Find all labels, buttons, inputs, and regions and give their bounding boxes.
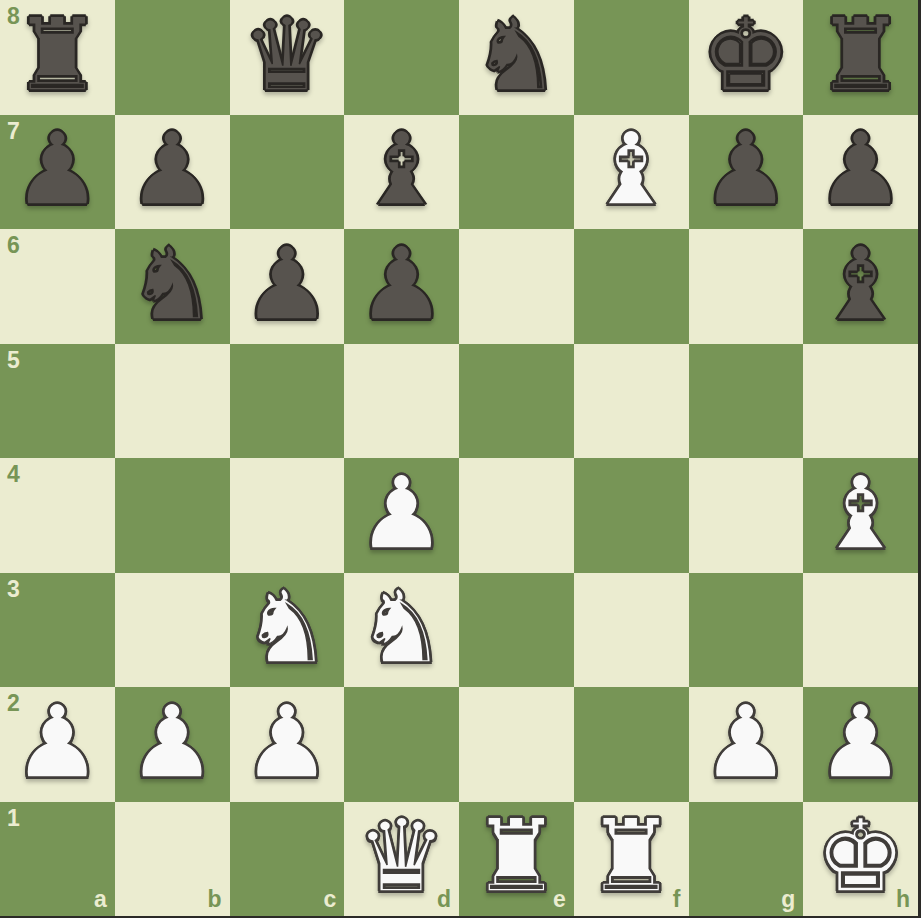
square-b5[interactable] (115, 344, 230, 459)
square-c3[interactable]: ♞ (230, 573, 345, 688)
square-f4[interactable] (574, 458, 689, 573)
square-d8[interactable] (344, 0, 459, 115)
square-b3[interactable] (115, 573, 230, 688)
rank-label-8: 8 (7, 5, 20, 28)
black-king-icon[interactable]: ♚ (701, 5, 792, 106)
rank-label-3: 3 (7, 578, 20, 601)
square-f6[interactable] (574, 229, 689, 344)
square-e7[interactable] (459, 115, 574, 230)
square-d2[interactable] (344, 687, 459, 802)
white-knight-icon[interactable]: ♞ (356, 577, 447, 678)
black-bishop-icon[interactable]: ♝ (356, 119, 447, 220)
square-b6[interactable]: ♞ (115, 229, 230, 344)
square-f2[interactable] (574, 687, 689, 802)
file-label-h: h (896, 888, 910, 911)
square-d3[interactable]: ♞ (344, 573, 459, 688)
square-h5[interactable] (803, 344, 918, 459)
square-b4[interactable] (115, 458, 230, 573)
black-bishop-icon[interactable]: ♝ (815, 234, 906, 335)
square-b8[interactable] (115, 0, 230, 115)
square-b2[interactable]: ♟ (115, 687, 230, 802)
black-pawn-icon[interactable]: ♟ (242, 234, 333, 335)
square-a2[interactable]: ♟2 (0, 687, 115, 802)
black-knight-icon[interactable]: ♞ (127, 234, 218, 335)
white-pawn-icon[interactable]: ♟ (12, 692, 103, 793)
rank-label-1: 1 (7, 807, 20, 830)
rank-label-2: 2 (7, 692, 20, 715)
square-g1[interactable]: g (689, 802, 804, 917)
square-e2[interactable] (459, 687, 574, 802)
square-g4[interactable] (689, 458, 804, 573)
square-b1[interactable]: b (115, 802, 230, 917)
square-h3[interactable] (803, 573, 918, 688)
square-h4[interactable]: ♝ (803, 458, 918, 573)
square-e6[interactable] (459, 229, 574, 344)
square-h1[interactable]: ♚h (803, 802, 918, 917)
square-f8[interactable] (574, 0, 689, 115)
square-e3[interactable] (459, 573, 574, 688)
file-label-a: a (94, 888, 107, 911)
white-bishop-icon[interactable]: ♝ (586, 119, 677, 220)
square-c7[interactable] (230, 115, 345, 230)
black-pawn-icon[interactable]: ♟ (701, 119, 792, 220)
white-rook-icon[interactable]: ♜ (586, 806, 677, 907)
square-f5[interactable] (574, 344, 689, 459)
square-f1[interactable]: ♜f (574, 802, 689, 917)
square-a1[interactable]: 1a (0, 802, 115, 917)
square-h2[interactable]: ♟ (803, 687, 918, 802)
square-a6[interactable]: 6 (0, 229, 115, 344)
square-g6[interactable] (689, 229, 804, 344)
black-knight-icon[interactable]: ♞ (471, 5, 562, 106)
square-g5[interactable] (689, 344, 804, 459)
file-label-g: g (781, 888, 795, 911)
square-h8[interactable]: ♜ (803, 0, 918, 115)
white-pawn-icon[interactable]: ♟ (127, 692, 218, 793)
black-pawn-icon[interactable]: ♟ (127, 119, 218, 220)
white-bishop-icon[interactable]: ♝ (815, 463, 906, 564)
rank-label-6: 6 (7, 234, 20, 257)
square-c4[interactable] (230, 458, 345, 573)
square-c5[interactable] (230, 344, 345, 459)
square-e4[interactable] (459, 458, 574, 573)
square-a8[interactable]: ♜8 (0, 0, 115, 115)
rank-label-5: 5 (7, 349, 20, 372)
square-a5[interactable]: 5 (0, 344, 115, 459)
square-e5[interactable] (459, 344, 574, 459)
white-pawn-icon[interactable]: ♟ (701, 692, 792, 793)
white-pawn-icon[interactable]: ♟ (242, 692, 333, 793)
square-b7[interactable]: ♟ (115, 115, 230, 230)
rank-label-4: 4 (7, 463, 20, 486)
square-g2[interactable]: ♟ (689, 687, 804, 802)
rank-label-7: 7 (7, 120, 20, 143)
white-king-icon[interactable]: ♚ (815, 806, 906, 907)
square-d4[interactable]: ♟ (344, 458, 459, 573)
square-g7[interactable]: ♟ (689, 115, 804, 230)
black-rook-icon[interactable]: ♜ (815, 5, 906, 106)
square-h7[interactable]: ♟ (803, 115, 918, 230)
square-g8[interactable]: ♚ (689, 0, 804, 115)
square-d5[interactable] (344, 344, 459, 459)
black-pawn-icon[interactable]: ♟ (815, 119, 906, 220)
square-e8[interactable]: ♞ (459, 0, 574, 115)
chess-board: ♜8♛♞♚♜♟7♟♝♝♟♟6♞♟♟♝54♟♝3♞♞♟2♟♟♟♟1abc♛d♜e♜… (0, 0, 918, 916)
square-g3[interactable] (689, 573, 804, 688)
file-label-f: f (673, 888, 681, 911)
square-c1[interactable]: c (230, 802, 345, 917)
white-pawn-icon[interactable]: ♟ (356, 463, 447, 564)
square-d6[interactable]: ♟ (344, 229, 459, 344)
file-label-e: e (553, 888, 566, 911)
file-label-d: d (437, 888, 451, 911)
chess-app-viewport: ♜8♛♞♚♜♟7♟♝♝♟♟6♞♟♟♝54♟♝3♞♞♟2♟♟♟♟1abc♛d♜e♜… (0, 0, 921, 918)
white-rook-icon[interactable]: ♜ (471, 806, 562, 907)
file-label-b: b (207, 888, 221, 911)
black-pawn-icon[interactable]: ♟ (356, 234, 447, 335)
square-c6[interactable]: ♟ (230, 229, 345, 344)
square-a7[interactable]: ♟7 (0, 115, 115, 230)
square-d7[interactable]: ♝ (344, 115, 459, 230)
square-f3[interactable] (574, 573, 689, 688)
black-rook-icon[interactable]: ♜ (12, 5, 103, 106)
white-knight-icon[interactable]: ♞ (242, 577, 333, 678)
black-queen-icon[interactable]: ♛ (242, 5, 333, 106)
square-f7[interactable]: ♝ (574, 115, 689, 230)
square-d1[interactable]: ♛d (344, 802, 459, 917)
square-c8[interactable]: ♛ (230, 0, 345, 115)
white-queen-icon[interactable]: ♛ (356, 806, 447, 907)
square-e1[interactable]: ♜e (459, 802, 574, 917)
black-pawn-icon[interactable]: ♟ (12, 119, 103, 220)
square-c2[interactable]: ♟ (230, 687, 345, 802)
file-label-c: c (323, 888, 336, 911)
square-a3[interactable]: 3 (0, 573, 115, 688)
square-h6[interactable]: ♝ (803, 229, 918, 344)
square-a4[interactable]: 4 (0, 458, 115, 573)
white-pawn-icon[interactable]: ♟ (815, 692, 906, 793)
